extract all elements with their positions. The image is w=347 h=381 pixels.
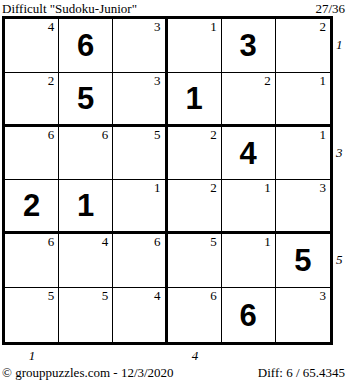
cell-r3c1[interactable]: 6 [5,127,59,181]
corner-pencil-mark: 4 [102,235,109,249]
cell-r2c4[interactable]: 1 [168,73,222,127]
solved-counter: 27/36 [315,1,345,17]
cell-r6c2[interactable]: 5 [59,288,113,342]
cell-r4c3[interactable]: 1 [113,180,167,234]
cell-r4c2[interactable]: 1 [59,180,113,234]
cell-r1c3[interactable]: 3 [113,19,167,73]
cell-r1c4[interactable]: 1 [168,19,222,73]
cell-r3c3[interactable]: 5 [113,127,167,181]
cell-r6c6[interactable]: 3 [276,288,330,342]
given-digit: 5 [294,245,311,276]
cell-r5c3[interactable]: 6 [113,234,167,288]
row-label-5: 5 [336,252,343,268]
copyright-text: © grouppuzzles.com - 12/3/2020 [2,365,174,381]
given-digit: 6 [240,300,257,331]
cell-r6c5[interactable]: 6 [222,288,276,342]
cell-r1c6[interactable]: 2 [276,19,330,73]
corner-pencil-mark: 2 [210,128,217,142]
given-digit: 4 [240,138,257,169]
col-label-1: 1 [29,348,36,364]
cell-r2c3[interactable]: 3 [113,73,167,127]
row-label-3: 3 [336,145,343,161]
cell-r2c5[interactable]: 2 [222,73,276,127]
cell-r3c4[interactable]: 2 [168,127,222,181]
given-digit: 5 [77,83,94,114]
cell-r4c1[interactable]: 2 [5,180,59,234]
cell-r1c2[interactable]: 6 [59,19,113,73]
given-digit: 6 [77,30,94,61]
corner-pencil-mark: 1 [210,20,217,34]
corner-pencil-mark: 5 [210,235,217,249]
corner-pencil-mark: 2 [210,181,217,195]
cell-r5c4[interactable]: 5 [168,234,222,288]
corner-pencil-mark: 1 [264,181,271,195]
corner-pencil-mark: 6 [48,128,55,142]
cell-r6c4[interactable]: 6 [168,288,222,342]
corner-pencil-mark: 2 [320,20,327,34]
cell-r3c5[interactable]: 4 [222,127,276,181]
cell-r5c5[interactable]: 1 [222,234,276,288]
corner-pencil-mark: 1 [264,235,271,249]
cell-r3c2[interactable]: 6 [59,127,113,181]
cell-r2c1[interactable]: 2 [5,73,59,127]
corner-pencil-mark: 3 [320,181,327,195]
given-digit: 2 [23,190,40,221]
corner-pencil-mark: 3 [154,74,161,88]
corner-pencil-mark: 1 [320,74,327,88]
corner-pencil-mark: 4 [48,20,55,34]
corner-pencil-mark: 2 [264,74,271,88]
corner-pencil-mark: 6 [154,235,161,249]
cell-r6c1[interactable]: 5 [5,288,59,342]
corner-pencil-mark: 6 [48,235,55,249]
cell-r2c2[interactable]: 5 [59,73,113,127]
corner-pencil-mark: 2 [48,74,55,88]
cell-r1c5[interactable]: 3 [222,19,276,73]
cell-r5c2[interactable]: 4 [59,234,113,288]
corner-pencil-mark: 5 [102,289,109,303]
corner-pencil-mark: 6 [102,128,109,142]
cell-r3c6[interactable]: 1 [276,127,330,181]
row-label-1: 1 [336,37,343,53]
page-title: Difficult "Sudoku-Junior" [2,1,137,17]
given-digit: 3 [240,30,257,61]
corner-pencil-mark: 1 [320,128,327,142]
col-label-4: 4 [192,348,199,364]
puzzle-page: Difficult "Sudoku-Junior" 27/36 46313225… [0,0,347,381]
cell-r6c3[interactable]: 4 [113,288,167,342]
corner-pencil-mark: 5 [154,128,161,142]
cell-r5c1[interactable]: 6 [5,234,59,288]
corner-pencil-mark: 6 [210,289,217,303]
given-digit: 1 [185,83,202,114]
given-digit: 1 [77,190,94,221]
cell-r1c1[interactable]: 4 [5,19,59,73]
cell-r4c5[interactable]: 1 [222,180,276,234]
cell-r2c6[interactable]: 1 [276,73,330,127]
cell-r4c6[interactable]: 3 [276,180,330,234]
corner-pencil-mark: 3 [320,289,327,303]
corner-pencil-mark: 5 [48,289,55,303]
corner-pencil-mark: 4 [154,289,161,303]
corner-pencil-mark: 3 [154,20,161,34]
cell-r5c6[interactable]: 5 [276,234,330,288]
difficulty-text: Diff: 6 / 65.4345 [258,365,345,381]
corner-pencil-mark: 1 [154,181,161,195]
sudoku-board: 463132253121665241211213646515554663 [2,16,333,345]
cell-r4c4[interactable]: 2 [168,180,222,234]
